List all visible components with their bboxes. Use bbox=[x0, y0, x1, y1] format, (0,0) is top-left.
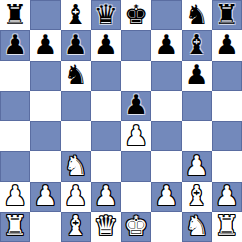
square-f1[interactable] bbox=[151, 212, 181, 242]
piece-white-knight[interactable]: ♞ bbox=[185, 212, 209, 239]
square-h6[interactable] bbox=[212, 61, 242, 91]
piece-black-pawn[interactable]: ♟ bbox=[64, 31, 88, 58]
square-f5[interactable] bbox=[151, 91, 181, 121]
square-d2[interactable]: ♟ bbox=[91, 182, 121, 212]
square-d3[interactable] bbox=[91, 151, 121, 181]
piece-white-rook[interactable]: ♜ bbox=[3, 212, 27, 239]
square-b4[interactable] bbox=[30, 121, 60, 151]
piece-white-pawn[interactable]: ♟ bbox=[154, 182, 178, 209]
square-a2[interactable]: ♟ bbox=[0, 182, 30, 212]
square-e1[interactable]: ♚ bbox=[121, 212, 151, 242]
square-f2[interactable]: ♟ bbox=[151, 182, 181, 212]
square-g3[interactable]: ♟ bbox=[182, 151, 212, 181]
piece-white-pawn[interactable]: ♟ bbox=[215, 182, 239, 209]
square-e3[interactable] bbox=[121, 151, 151, 181]
square-g6[interactable]: ♟ bbox=[182, 61, 212, 91]
square-c5[interactable] bbox=[61, 91, 91, 121]
square-d8[interactable]: ♛ bbox=[91, 0, 121, 30]
square-b3[interactable] bbox=[30, 151, 60, 181]
square-f8[interactable] bbox=[151, 0, 181, 30]
square-d5[interactable] bbox=[91, 91, 121, 121]
piece-black-rook[interactable]: ♜ bbox=[215, 1, 239, 28]
piece-black-pawn[interactable]: ♟ bbox=[33, 31, 57, 58]
square-a6[interactable] bbox=[0, 61, 30, 91]
square-f3[interactable] bbox=[151, 151, 181, 181]
square-g5[interactable] bbox=[182, 91, 212, 121]
piece-white-queen[interactable]: ♛ bbox=[94, 212, 118, 239]
piece-black-pawn[interactable]: ♟ bbox=[154, 31, 178, 58]
square-e5[interactable]: ♟ bbox=[121, 91, 151, 121]
chess-board: ♜♝♛♚♞♜♟♟♟♟♟♝♟♞♟♟♟♞♟♟♟♟♟♟♝♟♜♝♛♚♞♜ bbox=[0, 0, 242, 242]
piece-black-pawn[interactable]: ♟ bbox=[3, 31, 27, 58]
square-c6[interactable]: ♞ bbox=[61, 61, 91, 91]
square-f7[interactable]: ♟ bbox=[151, 30, 181, 60]
square-a1[interactable]: ♜ bbox=[0, 212, 30, 242]
square-h8[interactable]: ♜ bbox=[212, 0, 242, 30]
square-c4[interactable] bbox=[61, 121, 91, 151]
square-g8[interactable]: ♞ bbox=[182, 0, 212, 30]
square-b2[interactable]: ♟ bbox=[30, 182, 60, 212]
piece-black-pawn[interactable]: ♟ bbox=[94, 31, 118, 58]
square-b5[interactable] bbox=[30, 91, 60, 121]
square-g7[interactable]: ♝ bbox=[182, 30, 212, 60]
square-f4[interactable] bbox=[151, 121, 181, 151]
square-a5[interactable] bbox=[0, 91, 30, 121]
square-a3[interactable] bbox=[0, 151, 30, 181]
piece-black-rook[interactable]: ♜ bbox=[3, 1, 27, 28]
piece-black-bishop[interactable]: ♝ bbox=[64, 1, 88, 28]
square-d7[interactable]: ♟ bbox=[91, 30, 121, 60]
square-c1[interactable]: ♝ bbox=[61, 212, 91, 242]
piece-black-queen[interactable]: ♛ bbox=[94, 1, 118, 28]
square-h4[interactable] bbox=[212, 121, 242, 151]
square-e4[interactable]: ♟ bbox=[121, 121, 151, 151]
square-h2[interactable]: ♟ bbox=[212, 182, 242, 212]
piece-black-pawn[interactable]: ♟ bbox=[124, 91, 148, 118]
square-a8[interactable]: ♜ bbox=[0, 0, 30, 30]
square-c8[interactable]: ♝ bbox=[61, 0, 91, 30]
piece-white-pawn[interactable]: ♟ bbox=[3, 182, 27, 209]
square-f6[interactable] bbox=[151, 61, 181, 91]
square-d1[interactable]: ♛ bbox=[91, 212, 121, 242]
square-h5[interactable] bbox=[212, 91, 242, 121]
piece-white-king[interactable]: ♚ bbox=[124, 212, 148, 239]
square-c7[interactable]: ♟ bbox=[61, 30, 91, 60]
square-g1[interactable]: ♞ bbox=[182, 212, 212, 242]
piece-white-pawn[interactable]: ♟ bbox=[124, 122, 148, 149]
piece-black-king[interactable]: ♚ bbox=[124, 1, 148, 28]
piece-black-knight[interactable]: ♞ bbox=[185, 1, 209, 28]
piece-white-bishop[interactable]: ♝ bbox=[64, 212, 88, 239]
square-h3[interactable] bbox=[212, 151, 242, 181]
square-e6[interactable] bbox=[121, 61, 151, 91]
piece-white-knight[interactable]: ♞ bbox=[64, 152, 88, 179]
piece-white-pawn[interactable]: ♟ bbox=[94, 182, 118, 209]
square-d4[interactable] bbox=[91, 121, 121, 151]
square-g4[interactable] bbox=[182, 121, 212, 151]
piece-black-pawn[interactable]: ♟ bbox=[215, 31, 239, 58]
piece-black-bishop[interactable]: ♝ bbox=[185, 31, 209, 58]
piece-white-bishop[interactable]: ♝ bbox=[185, 182, 209, 209]
square-c2[interactable]: ♟ bbox=[61, 182, 91, 212]
piece-white-pawn[interactable]: ♟ bbox=[64, 182, 88, 209]
square-b1[interactable] bbox=[30, 212, 60, 242]
square-e8[interactable]: ♚ bbox=[121, 0, 151, 30]
piece-white-rook[interactable]: ♜ bbox=[215, 212, 239, 239]
piece-black-pawn[interactable]: ♟ bbox=[185, 61, 209, 88]
square-g2[interactable]: ♝ bbox=[182, 182, 212, 212]
square-h7[interactable]: ♟ bbox=[212, 30, 242, 60]
piece-white-pawn[interactable]: ♟ bbox=[33, 182, 57, 209]
square-a7[interactable]: ♟ bbox=[0, 30, 30, 60]
square-e2[interactable] bbox=[121, 182, 151, 212]
square-b8[interactable] bbox=[30, 0, 60, 30]
square-d6[interactable] bbox=[91, 61, 121, 91]
piece-white-pawn[interactable]: ♟ bbox=[185, 152, 209, 179]
square-a4[interactable] bbox=[0, 121, 30, 151]
square-h1[interactable]: ♜ bbox=[212, 212, 242, 242]
piece-black-knight[interactable]: ♞ bbox=[64, 61, 88, 88]
square-e7[interactable] bbox=[121, 30, 151, 60]
square-b6[interactable] bbox=[30, 61, 60, 91]
square-b7[interactable]: ♟ bbox=[30, 30, 60, 60]
square-c3[interactable]: ♞ bbox=[61, 151, 91, 181]
